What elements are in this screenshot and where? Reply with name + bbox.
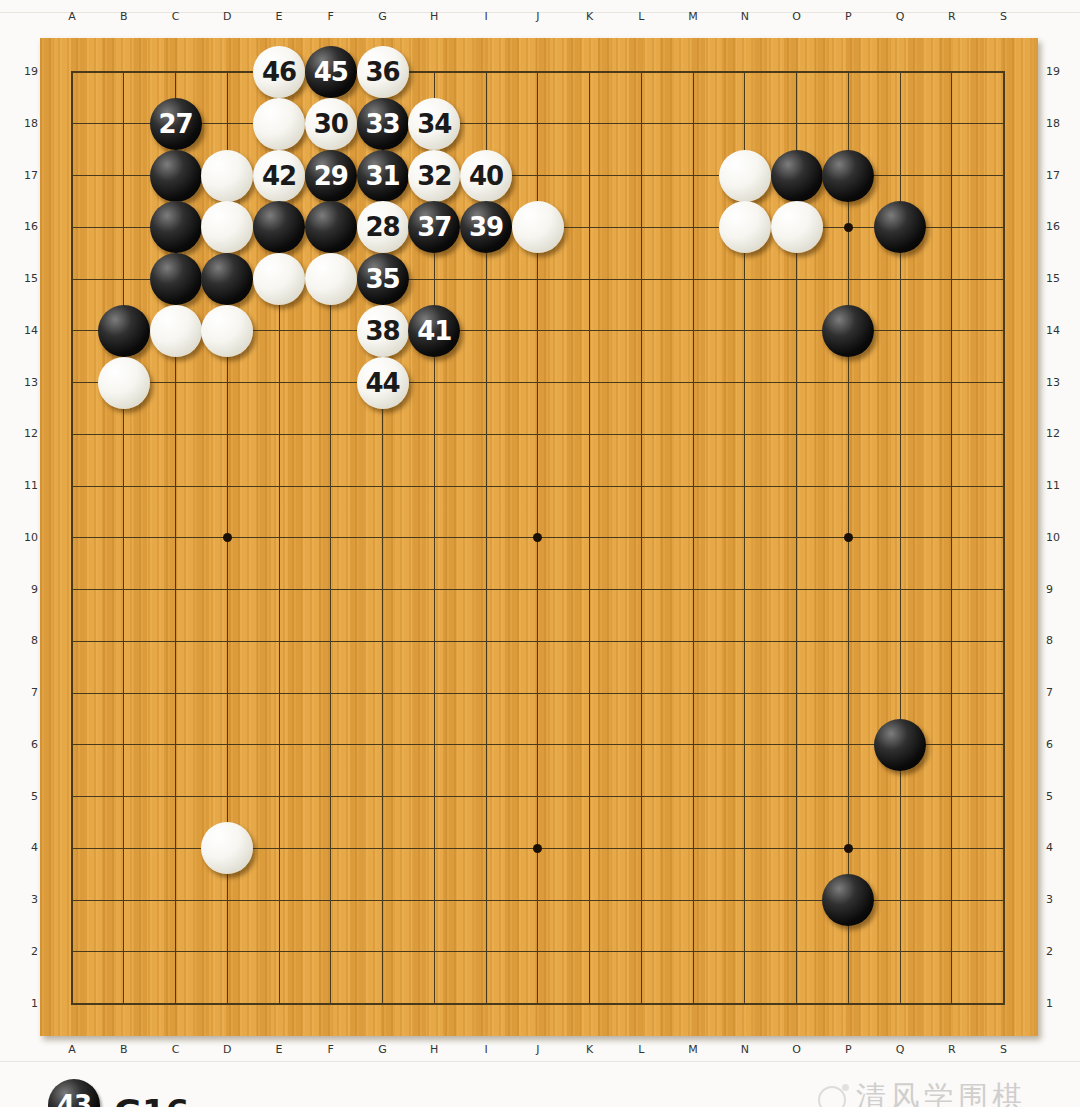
stone-move-number: 33 bbox=[365, 111, 399, 137]
row-label-left-15: 15 bbox=[14, 273, 38, 284]
stone-move-number: 28 bbox=[365, 214, 399, 240]
row-label-right-3: 3 bbox=[1046, 894, 1072, 905]
col-label-bottom-H: H bbox=[424, 1044, 444, 1055]
stone-white-C14 bbox=[150, 305, 202, 357]
row-label-left-13: 13 bbox=[14, 377, 38, 388]
star-point-P10 bbox=[844, 533, 853, 542]
caption-location: G16 bbox=[114, 1092, 189, 1107]
star-point-D10 bbox=[223, 533, 232, 542]
row-label-right-2: 2 bbox=[1046, 946, 1072, 957]
grid-vline bbox=[589, 71, 590, 1005]
col-label-top-H: H bbox=[424, 11, 444, 22]
col-label-top-P: P bbox=[838, 11, 858, 22]
stone-move-number: 40 bbox=[469, 163, 503, 189]
stone-black-F17: 29 bbox=[305, 150, 357, 202]
row-label-right-5: 5 bbox=[1046, 791, 1072, 802]
stone-white-E19: 46 bbox=[253, 46, 305, 98]
stone-white-G13: 44 bbox=[357, 357, 409, 409]
stone-white-J16 bbox=[512, 201, 564, 253]
col-label-bottom-L: L bbox=[631, 1044, 651, 1055]
stone-move-number: 30 bbox=[314, 111, 348, 137]
row-label-right-1: 1 bbox=[1046, 998, 1072, 1009]
col-label-bottom-G: G bbox=[373, 1044, 393, 1055]
row-label-left-19: 19 bbox=[14, 66, 38, 77]
stone-white-E17: 42 bbox=[253, 150, 305, 202]
star-point-P4 bbox=[844, 844, 853, 853]
col-label-bottom-I: I bbox=[476, 1044, 496, 1055]
row-label-right-6: 6 bbox=[1046, 739, 1072, 750]
row-label-right-14: 14 bbox=[1046, 325, 1072, 336]
row-label-left-16: 16 bbox=[14, 221, 38, 232]
col-label-bottom-A: A bbox=[62, 1044, 82, 1055]
col-label-top-J: J bbox=[528, 11, 548, 22]
col-label-top-I: I bbox=[476, 11, 496, 22]
row-label-left-12: 12 bbox=[14, 428, 38, 439]
stone-white-G14: 38 bbox=[357, 305, 409, 357]
watermark-logo-icon bbox=[818, 1086, 846, 1107]
stone-black-C15 bbox=[150, 253, 202, 305]
stone-white-I17: 40 bbox=[460, 150, 512, 202]
row-label-left-11: 11 bbox=[14, 480, 38, 491]
stone-white-H18: 34 bbox=[408, 98, 460, 150]
stone-move-number: 37 bbox=[417, 214, 451, 240]
row-label-left-17: 17 bbox=[14, 170, 38, 181]
stone-black-Q6 bbox=[874, 719, 926, 771]
stone-white-G19: 36 bbox=[357, 46, 409, 98]
col-label-bottom-F: F bbox=[321, 1044, 341, 1055]
col-label-top-K: K bbox=[580, 11, 600, 22]
star-point-P16 bbox=[844, 223, 853, 232]
stone-black-G17: 31 bbox=[357, 150, 409, 202]
stone-white-F15 bbox=[305, 253, 357, 305]
col-label-bottom-R: R bbox=[942, 1044, 962, 1055]
stone-black-P17 bbox=[822, 150, 874, 202]
stone-black-P3 bbox=[822, 874, 874, 926]
col-label-top-S: S bbox=[994, 11, 1014, 22]
stone-white-D17 bbox=[201, 150, 253, 202]
row-label-right-4: 4 bbox=[1046, 842, 1072, 853]
row-label-right-12: 12 bbox=[1046, 428, 1072, 439]
row-label-right-15: 15 bbox=[1046, 273, 1072, 284]
stone-move-number: 39 bbox=[469, 214, 503, 240]
col-label-top-C: C bbox=[166, 11, 186, 22]
col-label-top-B: B bbox=[114, 11, 134, 22]
stone-move-number: 44 bbox=[365, 370, 399, 396]
col-label-top-M: M bbox=[683, 11, 703, 22]
row-label-left-14: 14 bbox=[14, 325, 38, 336]
col-label-top-G: G bbox=[373, 11, 393, 22]
row-label-right-17: 17 bbox=[1046, 170, 1072, 181]
row-label-left-8: 8 bbox=[14, 635, 38, 646]
row-label-right-9: 9 bbox=[1046, 584, 1072, 595]
stone-black-F19: 45 bbox=[305, 46, 357, 98]
col-label-bottom-P: P bbox=[838, 1044, 858, 1055]
col-label-bottom-S: S bbox=[994, 1044, 1014, 1055]
grid-vline bbox=[951, 71, 952, 1005]
grid-hline bbox=[71, 796, 1005, 797]
row-label-right-7: 7 bbox=[1046, 687, 1072, 698]
col-label-bottom-J: J bbox=[528, 1044, 548, 1055]
col-label-top-E: E bbox=[269, 11, 289, 22]
row-label-right-10: 10 bbox=[1046, 532, 1072, 543]
row-label-left-9: 9 bbox=[14, 584, 38, 595]
stone-black-G15: 35 bbox=[357, 253, 409, 305]
col-label-bottom-Q: Q bbox=[890, 1044, 910, 1055]
grid-hline bbox=[71, 693, 1005, 694]
stone-black-H14: 41 bbox=[408, 305, 460, 357]
grid-hline bbox=[71, 1003, 1005, 1005]
stone-black-C18: 27 bbox=[150, 98, 202, 150]
grid-vline bbox=[641, 71, 642, 1005]
col-label-bottom-N: N bbox=[735, 1044, 755, 1055]
col-label-bottom-M: M bbox=[683, 1044, 703, 1055]
row-label-left-5: 5 bbox=[14, 791, 38, 802]
col-label-top-D: D bbox=[217, 11, 237, 22]
row-label-left-6: 6 bbox=[14, 739, 38, 750]
row-label-left-10: 10 bbox=[14, 532, 38, 543]
col-label-top-Q: Q bbox=[890, 11, 910, 22]
watermark: 清风学围棋 bbox=[818, 1082, 1026, 1107]
stone-black-F16 bbox=[305, 201, 357, 253]
row-label-left-1: 1 bbox=[14, 998, 38, 1009]
stone-move-number: 38 bbox=[365, 318, 399, 344]
stone-move-number: 29 bbox=[314, 163, 348, 189]
row-label-right-18: 18 bbox=[1046, 118, 1072, 129]
stone-white-E15 bbox=[253, 253, 305, 305]
stone-black-I16: 39 bbox=[460, 201, 512, 253]
col-label-bottom-K: K bbox=[580, 1044, 600, 1055]
col-label-top-R: R bbox=[942, 11, 962, 22]
stone-black-C17 bbox=[150, 150, 202, 202]
stone-move-number: 27 bbox=[158, 111, 192, 137]
watermark-text: 清风学围棋 bbox=[856, 1082, 1026, 1107]
grid-hline bbox=[71, 744, 1005, 745]
col-label-bottom-D: D bbox=[217, 1044, 237, 1055]
col-label-top-A: A bbox=[62, 11, 82, 22]
col-label-top-N: N bbox=[735, 11, 755, 22]
move-caption: 43 G16 bbox=[48, 1078, 189, 1107]
grid-hline bbox=[71, 951, 1005, 952]
stone-white-H17: 32 bbox=[408, 150, 460, 202]
col-label-top-L: L bbox=[631, 11, 651, 22]
stone-white-F18: 30 bbox=[305, 98, 357, 150]
stone-move-number: 45 bbox=[314, 59, 348, 85]
stone-move-number: 36 bbox=[365, 59, 399, 85]
stone-move-number: 34 bbox=[417, 111, 451, 137]
row-label-right-19: 19 bbox=[1046, 66, 1072, 77]
stone-black-Q16 bbox=[874, 201, 926, 253]
row-label-left-2: 2 bbox=[14, 946, 38, 957]
stone-white-D14 bbox=[201, 305, 253, 357]
col-label-top-O: O bbox=[787, 11, 807, 22]
stone-move-number: 42 bbox=[262, 163, 296, 189]
stone-white-N17 bbox=[719, 150, 771, 202]
row-label-right-8: 8 bbox=[1046, 635, 1072, 646]
grid-vline bbox=[1003, 71, 1005, 1005]
grid-hline bbox=[71, 589, 1005, 590]
row-label-right-16: 16 bbox=[1046, 221, 1072, 232]
stone-black-O17 bbox=[771, 150, 823, 202]
stone-black-C16 bbox=[150, 201, 202, 253]
stone-move-number: 35 bbox=[365, 266, 399, 292]
stone-white-G16: 28 bbox=[357, 201, 409, 253]
page: 43 G16 清风学围棋 AABBCCDDEEFFGGHHIIJJKKLLMMN… bbox=[0, 0, 1080, 1107]
col-label-top-F: F bbox=[321, 11, 341, 22]
stone-white-B13 bbox=[98, 357, 150, 409]
stone-black-B14 bbox=[98, 305, 150, 357]
stone-black-P14 bbox=[822, 305, 874, 357]
stone-black-E16 bbox=[253, 201, 305, 253]
row-label-right-13: 13 bbox=[1046, 377, 1072, 388]
stone-move-number: 32 bbox=[417, 163, 451, 189]
stone-white-O16 bbox=[771, 201, 823, 253]
stone-move-number: 31 bbox=[365, 163, 399, 189]
caption-move-number: 43 bbox=[57, 1092, 91, 1107]
col-label-bottom-C: C bbox=[166, 1044, 186, 1055]
grid-hline bbox=[71, 641, 1005, 642]
col-label-bottom-O: O bbox=[787, 1044, 807, 1055]
row-label-left-7: 7 bbox=[14, 687, 38, 698]
stone-black-D15 bbox=[201, 253, 253, 305]
row-label-left-4: 4 bbox=[14, 842, 38, 853]
caption-stone-black: 43 bbox=[48, 1079, 100, 1107]
star-point-J4 bbox=[533, 844, 542, 853]
grid-vline bbox=[693, 71, 694, 1005]
row-label-left-3: 3 bbox=[14, 894, 38, 905]
stone-move-number: 46 bbox=[262, 59, 296, 85]
stone-white-N16 bbox=[719, 201, 771, 253]
stone-black-G18: 33 bbox=[357, 98, 409, 150]
row-label-right-11: 11 bbox=[1046, 480, 1072, 491]
stone-white-E18 bbox=[253, 98, 305, 150]
stone-move-number: 41 bbox=[417, 318, 451, 344]
col-label-bottom-E: E bbox=[269, 1044, 289, 1055]
row-label-left-18: 18 bbox=[14, 118, 38, 129]
col-label-bottom-B: B bbox=[114, 1044, 134, 1055]
bottom-separator-line bbox=[0, 1061, 1080, 1062]
